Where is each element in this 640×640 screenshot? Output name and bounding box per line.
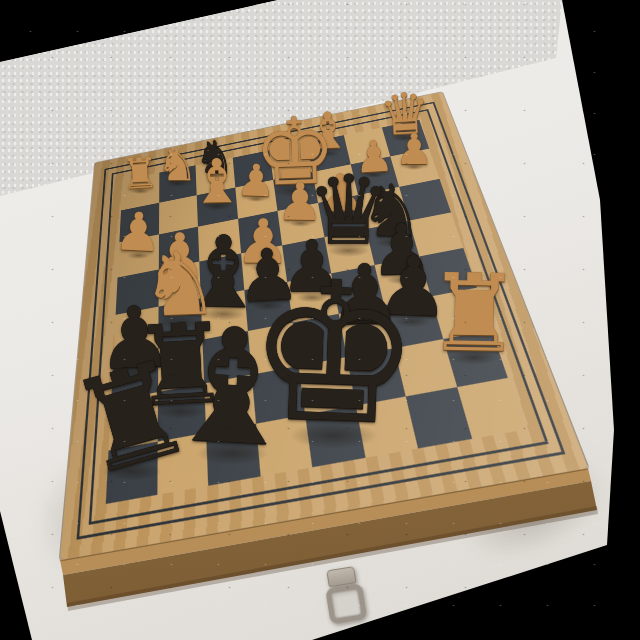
square-d8	[255, 414, 312, 476]
photo-canvas: ♜♝♚♜♜♟♟♟♞♝♟♟♟♟♟♛♞♟♟♟♝♟♚♟♟♜♞♞♝♛	[0, 0, 640, 640]
board-squares	[106, 120, 526, 504]
latch-loop	[325, 583, 367, 624]
photo-area: ♜♝♚♜♜♟♟♟♞♝♟♟♟♟♟♛♞♟♟♟♝♟♚♟♟♜♞♞♝♛	[0, 0, 640, 640]
box-hinge-icon	[556, 560, 604, 608]
box-latch-icon	[318, 565, 369, 621]
square-a8	[106, 441, 157, 504]
square-b8	[157, 432, 208, 495]
square-c8	[206, 423, 260, 486]
